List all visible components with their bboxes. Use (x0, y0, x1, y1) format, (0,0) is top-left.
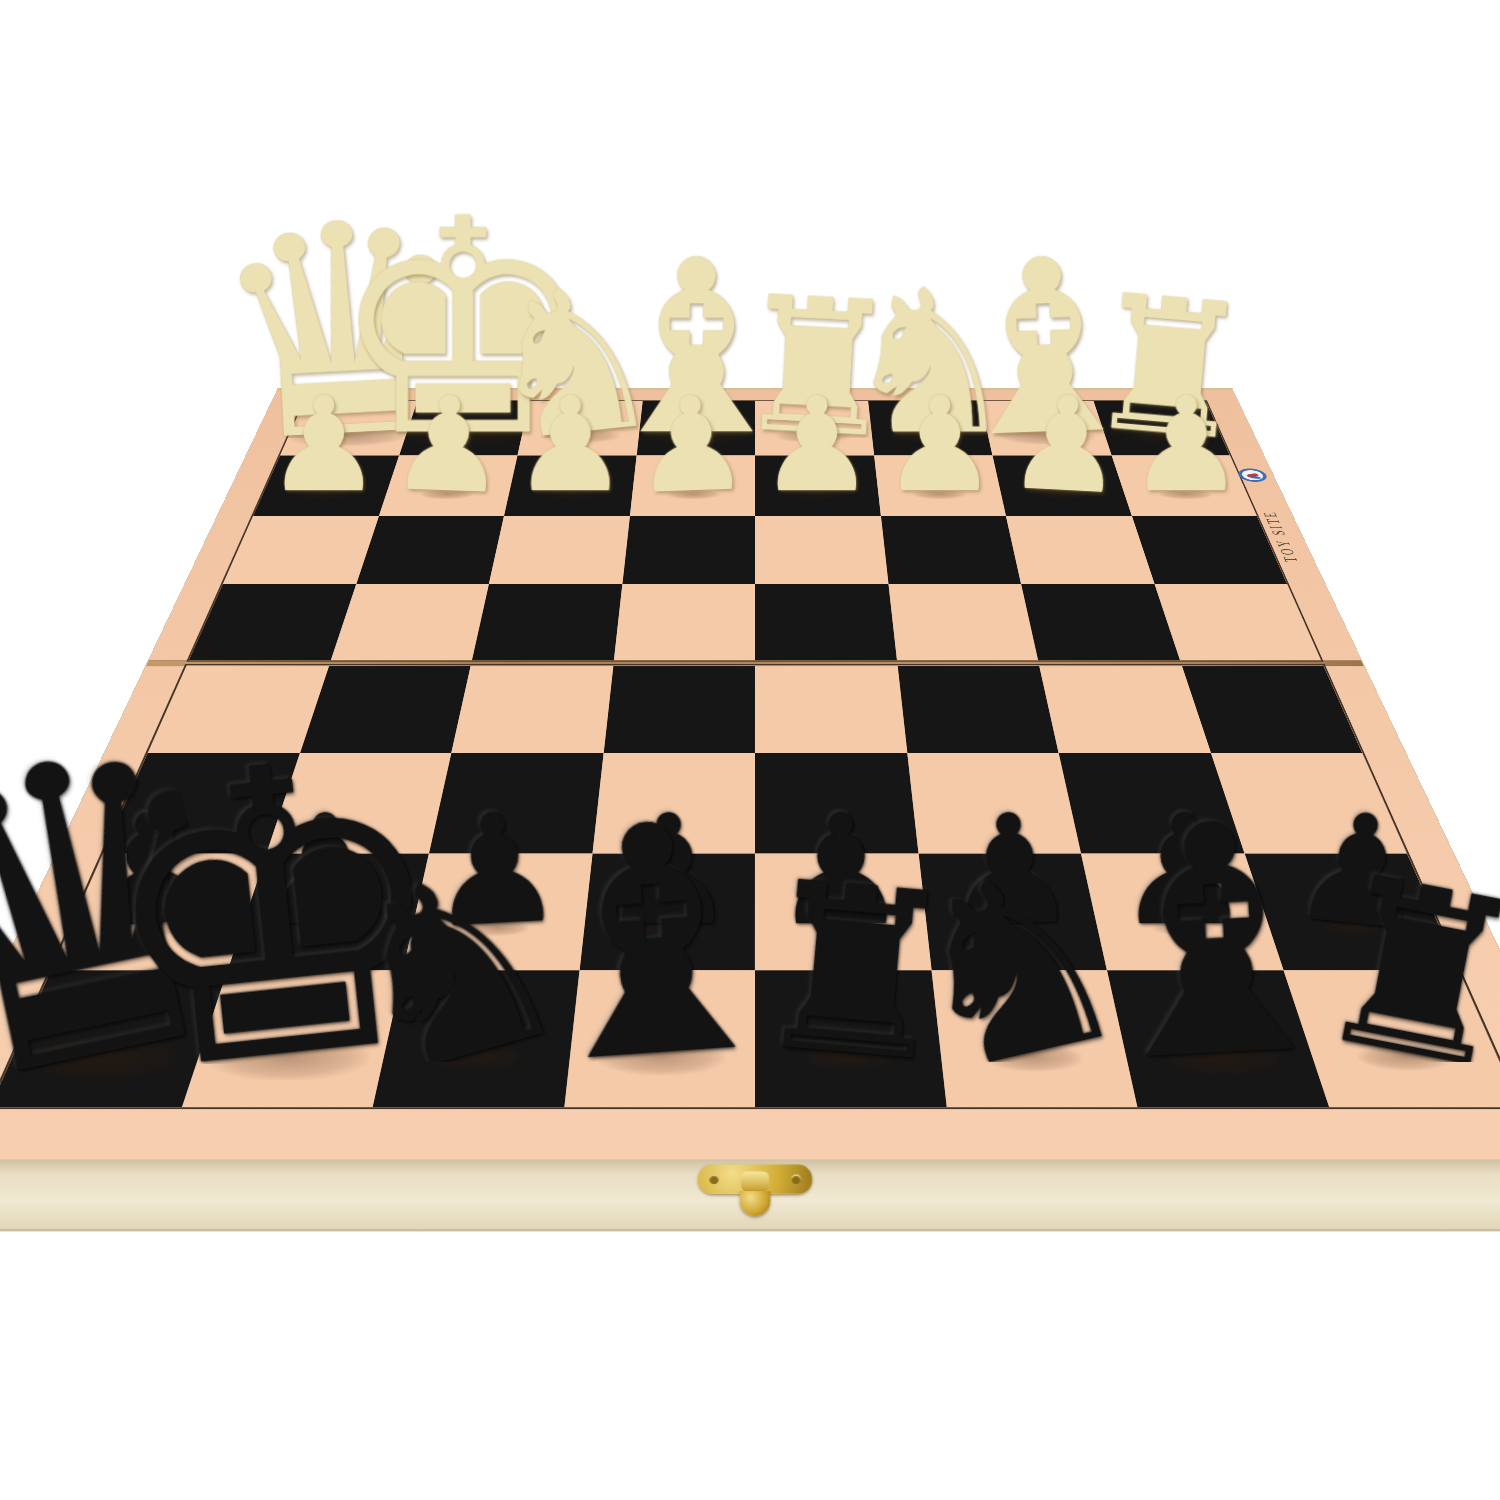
square-f5 (888, 584, 1038, 661)
square-b1 (181, 970, 403, 1107)
clasp-knob (741, 1172, 769, 1191)
square-g1 (1107, 970, 1329, 1107)
square-a3 (103, 753, 300, 854)
box-front-edge (0, 1159, 1500, 1231)
square-d1 (564, 970, 755, 1107)
square-c8 (517, 401, 642, 455)
square-b6 (356, 516, 504, 584)
square-g8 (980, 401, 1111, 455)
square-b8 (399, 401, 530, 455)
square-c6 (489, 516, 630, 584)
square-d3 (592, 753, 755, 854)
clasp-screw-left (709, 1174, 719, 1184)
square-f3 (907, 753, 1081, 854)
square-g5 (1021, 584, 1180, 661)
square-h3 (1210, 753, 1407, 854)
square-e1 (755, 970, 946, 1107)
square-f2 (918, 854, 1107, 971)
square-h4 (1181, 665, 1362, 753)
board-fold-seam (146, 661, 1364, 667)
square-b7 (379, 455, 518, 516)
square-d6 (622, 516, 755, 584)
square-a6 (223, 516, 379, 584)
square-e4 (755, 665, 907, 753)
square-e7 (755, 455, 880, 516)
square-d5 (613, 584, 755, 661)
square-e2 (755, 854, 931, 971)
square-d2 (579, 854, 755, 971)
square-h5 (1154, 584, 1321, 661)
square-c2 (403, 854, 592, 971)
square-c3 (429, 753, 603, 854)
square-e6 (755, 516, 888, 584)
square-h8 (1093, 401, 1230, 455)
clasp-hook (740, 1191, 771, 1216)
square-c5 (472, 584, 622, 661)
square-a5 (189, 584, 356, 661)
square-b5 (330, 584, 489, 661)
square-c7 (504, 455, 636, 516)
chess-board: TOY SITE ♛♚♞♝♜♞♝♜♟♟♟♟♟♟♟♟♟♟♟♟♟♟♟♟♛♚♞♝♜♞♝… (0, 388, 1500, 1159)
square-f1 (931, 970, 1137, 1107)
square-e3 (755, 753, 918, 854)
product-photo-scene: TOY SITE ♛♚♞♝♜♞♝♜♟♟♟♟♟♟♟♟♟♟♟♟♟♟♟♟♛♚♞♝♜♞♝… (0, 0, 1500, 1500)
square-e5 (755, 584, 897, 661)
square-b4 (300, 665, 471, 753)
square-f7 (874, 455, 1006, 516)
square-a7 (253, 455, 399, 516)
square-a8 (280, 401, 417, 455)
square-a4 (148, 665, 329, 753)
square-f8 (868, 401, 993, 455)
square-c4 (451, 665, 613, 753)
square-e8 (755, 401, 874, 455)
square-d4 (603, 665, 755, 753)
square-d7 (630, 455, 755, 516)
logo-blue-mark (1250, 476, 1261, 479)
square-g4 (1039, 665, 1210, 753)
square-f6 (880, 516, 1021, 584)
square-d8 (636, 401, 755, 455)
square-g6 (1006, 516, 1154, 584)
square-g7 (993, 455, 1132, 516)
square-c1 (373, 970, 579, 1107)
square-f4 (897, 665, 1059, 753)
globe-logo-icon (1236, 468, 1269, 481)
clasp-screw-right (791, 1174, 801, 1184)
